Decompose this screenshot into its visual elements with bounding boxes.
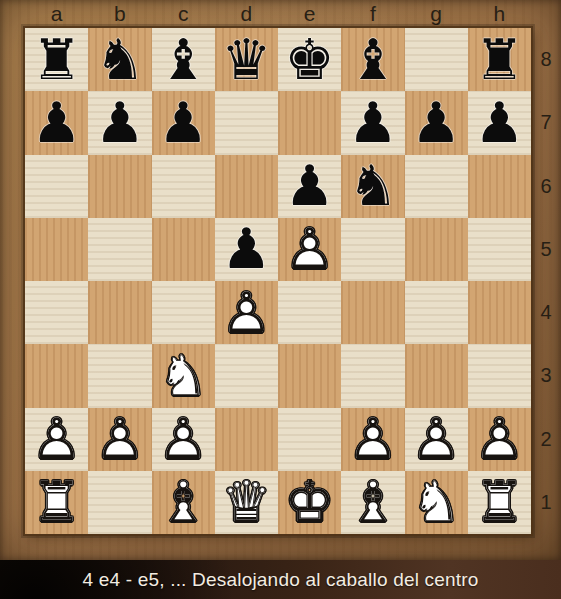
square-e2 <box>278 408 341 471</box>
piece-black-rook: ♜ <box>27 30 87 90</box>
piece-white-rook: ♜♖ <box>469 472 529 532</box>
square-g5 <box>405 218 468 281</box>
piece-white-pawn: ♟♙ <box>280 219 340 279</box>
square-a7: ♟ <box>25 91 88 154</box>
chess-diagram: abcdefgh 87654321 ♜♞♝♛♚♝♜♟♟♟♟♟♟♟♞♟♟♙♟♙♞♘… <box>0 0 561 599</box>
square-c6 <box>152 155 215 218</box>
piece-black-bishop: ♝ <box>153 30 213 90</box>
piece-black-knight: ♞ <box>90 30 150 90</box>
square-a2: ♟♙ <box>25 408 88 471</box>
chess-board: ♜♞♝♛♚♝♜♟♟♟♟♟♟♟♞♟♟♙♟♙♞♘♟♙♟♙♟♙♟♙♟♙♟♙♜♖♝♗♛♕… <box>25 28 531 534</box>
square-c8: ♝ <box>152 28 215 91</box>
piece-glyph: ♟ <box>469 93 529 153</box>
piece-white-rook: ♜♖ <box>27 472 87 532</box>
piece-glyph: ♛ <box>216 30 276 90</box>
square-a1: ♜♖ <box>25 471 88 534</box>
rank-label-8: 8 <box>531 28 561 91</box>
piece-glyph: ♝ <box>343 30 403 90</box>
piece-glyph: ♟ <box>343 93 403 153</box>
square-f4 <box>341 281 404 344</box>
piece-glyph: ♟ <box>406 93 466 153</box>
square-c3: ♞♘ <box>152 344 215 407</box>
piece-black-pawn: ♟ <box>27 93 87 153</box>
square-f7: ♟ <box>341 91 404 154</box>
piece-white-queen: ♛♕ <box>216 472 276 532</box>
square-e6: ♟ <box>278 155 341 218</box>
rank-label-2: 2 <box>531 408 561 471</box>
piece-black-knight: ♞ <box>343 156 403 216</box>
square-g7: ♟ <box>405 91 468 154</box>
piece-outline-glyph: ♙ <box>469 409 529 469</box>
square-d7 <box>215 91 278 154</box>
square-g6 <box>405 155 468 218</box>
piece-glyph: ♟ <box>27 93 87 153</box>
piece-glyph: ♟ <box>216 219 276 279</box>
file-label-f: f <box>341 2 404 26</box>
square-c1: ♝♗ <box>152 471 215 534</box>
piece-glyph: ♟ <box>280 156 340 216</box>
piece-outline-glyph: ♘ <box>406 472 466 532</box>
square-a4 <box>25 281 88 344</box>
piece-outline-glyph: ♕ <box>216 472 276 532</box>
square-f2: ♟♙ <box>341 408 404 471</box>
piece-outline-glyph: ♙ <box>90 409 150 469</box>
piece-outline-glyph: ♖ <box>27 472 87 532</box>
square-e1: ♚♔ <box>278 471 341 534</box>
piece-white-knight: ♞♘ <box>406 472 466 532</box>
caption-bar: 4 e4 - e5, ... Desalojando al caballo de… <box>0 560 561 599</box>
rank-label-7: 7 <box>531 91 561 154</box>
square-e3 <box>278 344 341 407</box>
piece-glyph: ♜ <box>27 30 87 90</box>
piece-outline-glyph: ♔ <box>280 472 340 532</box>
square-b6 <box>88 155 151 218</box>
rank-labels: 87654321 <box>531 28 561 534</box>
piece-outline-glyph: ♙ <box>27 409 87 469</box>
square-b8: ♞ <box>88 28 151 91</box>
square-g8 <box>405 28 468 91</box>
square-h4 <box>468 281 531 344</box>
square-b4 <box>88 281 151 344</box>
piece-black-pawn: ♟ <box>469 93 529 153</box>
piece-white-knight: ♞♘ <box>153 346 213 406</box>
piece-black-queen: ♛ <box>216 30 276 90</box>
board-frame: abcdefgh 87654321 ♜♞♝♛♚♝♜♟♟♟♟♟♟♟♞♟♟♙♟♙♞♘… <box>0 0 561 560</box>
piece-black-pawn: ♟ <box>90 93 150 153</box>
square-e5: ♟♙ <box>278 218 341 281</box>
piece-outline-glyph: ♘ <box>153 346 213 406</box>
square-b1 <box>88 471 151 534</box>
piece-outline-glyph: ♖ <box>469 472 529 532</box>
piece-white-bishop: ♝♗ <box>153 472 213 532</box>
piece-black-bishop: ♝ <box>343 30 403 90</box>
square-d4: ♟♙ <box>215 281 278 344</box>
file-label-b: b <box>88 2 151 26</box>
square-d3 <box>215 344 278 407</box>
piece-glyph: ♞ <box>343 156 403 216</box>
square-g1: ♞♘ <box>405 471 468 534</box>
piece-outline-glyph: ♙ <box>216 283 276 343</box>
square-c7: ♟ <box>152 91 215 154</box>
piece-white-pawn: ♟♙ <box>343 409 403 469</box>
square-b7: ♟ <box>88 91 151 154</box>
file-label-e: e <box>278 2 341 26</box>
piece-glyph: ♝ <box>153 30 213 90</box>
square-b2: ♟♙ <box>88 408 151 471</box>
square-h2: ♟♙ <box>468 408 531 471</box>
file-label-c: c <box>152 2 215 26</box>
square-h3 <box>468 344 531 407</box>
square-f5 <box>341 218 404 281</box>
square-d2 <box>215 408 278 471</box>
square-a3 <box>25 344 88 407</box>
piece-black-king: ♚ <box>280 30 340 90</box>
file-label-h: h <box>468 2 531 26</box>
square-h8: ♜ <box>468 28 531 91</box>
square-f6: ♞ <box>341 155 404 218</box>
file-labels: abcdefgh <box>25 0 531 28</box>
piece-black-pawn: ♟ <box>153 93 213 153</box>
piece-glyph: ♟ <box>90 93 150 153</box>
file-label-g: g <box>405 2 468 26</box>
file-label-a: a <box>25 2 88 26</box>
square-f1: ♝♗ <box>341 471 404 534</box>
square-a6 <box>25 155 88 218</box>
piece-white-pawn: ♟♙ <box>153 409 213 469</box>
piece-outline-glyph: ♙ <box>280 219 340 279</box>
piece-white-pawn: ♟♙ <box>469 409 529 469</box>
piece-outline-glyph: ♙ <box>153 409 213 469</box>
square-h6 <box>468 155 531 218</box>
square-e8: ♚ <box>278 28 341 91</box>
rank-label-4: 4 <box>531 281 561 344</box>
piece-black-pawn: ♟ <box>406 93 466 153</box>
square-b3 <box>88 344 151 407</box>
piece-white-pawn: ♟♙ <box>216 283 276 343</box>
piece-outline-glyph: ♗ <box>343 472 403 532</box>
piece-outline-glyph: ♙ <box>406 409 466 469</box>
piece-black-pawn: ♟ <box>280 156 340 216</box>
square-d1: ♛♕ <box>215 471 278 534</box>
piece-black-pawn: ♟ <box>343 93 403 153</box>
square-d5: ♟ <box>215 218 278 281</box>
piece-glyph: ♟ <box>153 93 213 153</box>
square-c2: ♟♙ <box>152 408 215 471</box>
square-c5 <box>152 218 215 281</box>
square-d6 <box>215 155 278 218</box>
square-a8: ♜ <box>25 28 88 91</box>
rank-label-3: 3 <box>531 344 561 407</box>
move-annotation: 4 e4 - e5, ... Desalojando al caballo de… <box>82 569 478 591</box>
square-d8: ♛ <box>215 28 278 91</box>
square-g4 <box>405 281 468 344</box>
piece-glyph: ♜ <box>469 30 529 90</box>
square-a5 <box>25 218 88 281</box>
square-h7: ♟ <box>468 91 531 154</box>
piece-white-pawn: ♟♙ <box>406 409 466 469</box>
piece-black-pawn: ♟ <box>216 219 276 279</box>
file-label-d: d <box>215 2 278 26</box>
rank-label-5: 5 <box>531 218 561 281</box>
square-f3 <box>341 344 404 407</box>
piece-white-pawn: ♟♙ <box>27 409 87 469</box>
piece-white-pawn: ♟♙ <box>90 409 150 469</box>
rank-label-1: 1 <box>531 471 561 534</box>
piece-outline-glyph: ♗ <box>153 472 213 532</box>
square-g3 <box>405 344 468 407</box>
square-b5 <box>88 218 151 281</box>
piece-black-rook: ♜ <box>469 30 529 90</box>
square-e7 <box>278 91 341 154</box>
piece-glyph: ♚ <box>280 30 340 90</box>
piece-outline-glyph: ♙ <box>343 409 403 469</box>
square-g2: ♟♙ <box>405 408 468 471</box>
square-h1: ♜♖ <box>468 471 531 534</box>
square-c4 <box>152 281 215 344</box>
square-f8: ♝ <box>341 28 404 91</box>
piece-white-king: ♚♔ <box>280 472 340 532</box>
rank-label-6: 6 <box>531 155 561 218</box>
piece-white-bishop: ♝♗ <box>343 472 403 532</box>
piece-glyph: ♞ <box>90 30 150 90</box>
square-e4 <box>278 281 341 344</box>
square-h5 <box>468 218 531 281</box>
